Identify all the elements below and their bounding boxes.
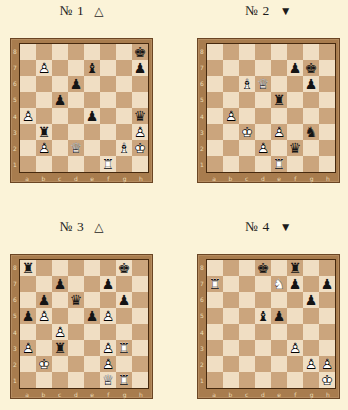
- square-g3: [303, 340, 319, 356]
- square-h6: [132, 76, 148, 92]
- square-c6: [239, 292, 255, 308]
- square-d7: [68, 276, 84, 292]
- square-a2: [207, 140, 223, 156]
- black-queen: ♛: [68, 292, 84, 308]
- black-pawn: ♟: [36, 292, 52, 308]
- square-g8: [303, 44, 319, 60]
- file-labels: abcdefgh: [206, 174, 336, 183]
- square-d6: ♟: [68, 76, 84, 92]
- file-label-g: g: [304, 390, 320, 399]
- square-b1: [36, 372, 52, 388]
- square-c1: [239, 372, 255, 388]
- white-pawn: ♙: [36, 308, 52, 324]
- white-pawn: ♟: [52, 324, 68, 340]
- white-to-move-icon: △: [94, 220, 103, 232]
- square-c4: [239, 324, 255, 340]
- square-h8: [319, 44, 335, 60]
- square-h6: [319, 292, 335, 308]
- file-label-d: d: [255, 174, 271, 183]
- square-f3: ♟♙: [287, 340, 303, 356]
- square-e2: [84, 356, 100, 372]
- square-f1: [287, 156, 303, 172]
- puzzles-grid: № 1 △ 87654321 abcdefgh ♚♟♙♝♟♟♟♟♙♟♛♜♟♙♟♙…: [0, 0, 348, 399]
- file-label-g: g: [117, 174, 133, 183]
- file-label-c: c: [239, 174, 255, 183]
- white-rook: ♖: [207, 276, 223, 292]
- square-d8: ♚: [255, 260, 271, 276]
- square-c7: [239, 276, 255, 292]
- black-pawn: ♟: [303, 292, 319, 308]
- square-h1: [132, 372, 148, 388]
- rank-label-5: 5: [198, 308, 206, 324]
- white-rook: ♜: [116, 340, 132, 356]
- square-b7: ♟♙: [36, 60, 52, 76]
- square-b2: ♟♙: [36, 140, 52, 156]
- black-pawn: ♟: [287, 60, 303, 76]
- square-b1: [223, 156, 239, 172]
- square-a8: [20, 44, 36, 60]
- square-e8: [84, 260, 100, 276]
- white-pawn: ♙: [36, 140, 52, 156]
- square-a8: [207, 44, 223, 60]
- square-d2: [68, 356, 84, 372]
- square-e1: [271, 372, 287, 388]
- square-d4: [68, 108, 84, 124]
- puzzle-2-number: № 2: [245, 3, 270, 19]
- black-pawn: ♟: [52, 92, 68, 108]
- white-pawn: ♟: [20, 340, 36, 356]
- puzzle-3-number: № 3: [60, 219, 85, 235]
- square-d2: ♟♙: [255, 140, 271, 156]
- square-b7: [223, 276, 239, 292]
- white-pawn: ♟: [271, 124, 287, 140]
- square-h8: ♚: [132, 44, 148, 60]
- black-pawn: ♟: [271, 308, 287, 324]
- square-b2: [223, 356, 239, 372]
- square-b1: [36, 156, 52, 172]
- square-c7: ♟: [52, 276, 68, 292]
- square-f6: [100, 292, 116, 308]
- square-e7: [84, 276, 100, 292]
- square-f7: [100, 60, 116, 76]
- square-f7: ♟: [287, 60, 303, 76]
- file-label-h: h: [133, 390, 149, 399]
- black-pawn: ♟: [20, 308, 36, 324]
- square-c8: [239, 44, 255, 60]
- black-king: ♚: [303, 60, 319, 76]
- rank-label-7: 7: [198, 59, 206, 75]
- square-b7: [223, 60, 239, 76]
- square-g4: [116, 324, 132, 340]
- square-d5: ♝: [255, 308, 271, 324]
- square-d6: [255, 292, 271, 308]
- square-f8: [287, 44, 303, 60]
- rank-label-8: 8: [11, 43, 19, 59]
- square-e1: [84, 372, 100, 388]
- square-e5: ♟: [84, 308, 100, 324]
- square-a4: [207, 108, 223, 124]
- rank-label-3: 3: [11, 340, 19, 356]
- white-king: ♔: [132, 140, 148, 156]
- square-e1: [84, 156, 100, 172]
- square-c4: ♟♙: [52, 324, 68, 340]
- white-king: ♚: [239, 124, 255, 140]
- black-pawn: ♟: [84, 308, 100, 324]
- rank-label-2: 2: [11, 357, 19, 373]
- square-a6: [20, 76, 36, 92]
- square-h4: [132, 324, 148, 340]
- white-bishop: ♝: [239, 76, 255, 92]
- square-a1: [20, 156, 36, 172]
- square-h5: [132, 92, 148, 108]
- square-f4: [287, 108, 303, 124]
- white-king: ♚: [132, 140, 148, 156]
- square-b4: ♟♙: [223, 108, 239, 124]
- square-b5: [36, 92, 52, 108]
- square-f5: [287, 92, 303, 108]
- square-a4: ♟♙: [20, 108, 36, 124]
- square-e6: [271, 76, 287, 92]
- file-labels: abcdefgh: [19, 390, 149, 399]
- square-f7: ♟: [287, 276, 303, 292]
- white-pawn: ♙: [36, 60, 52, 76]
- white-queen: ♕: [68, 140, 84, 156]
- file-label-h: h: [133, 174, 149, 183]
- file-label-b: b: [35, 174, 51, 183]
- rank-label-3: 3: [198, 124, 206, 140]
- square-g3: ♞: [303, 124, 319, 140]
- square-c8: [52, 260, 68, 276]
- square-d1: [68, 372, 84, 388]
- square-d7: [68, 60, 84, 76]
- white-pawn: ♙: [303, 356, 319, 372]
- square-h1: [319, 156, 335, 172]
- rank-labels: 87654321: [11, 43, 19, 173]
- file-label-g: g: [304, 174, 320, 183]
- rank-label-7: 7: [11, 275, 19, 291]
- white-pawn: ♙: [52, 324, 68, 340]
- black-queen: ♛: [287, 140, 303, 156]
- square-f1: ♜♖: [100, 156, 116, 172]
- white-pawn: ♟: [223, 108, 239, 124]
- square-c6: ♝♗: [239, 76, 255, 92]
- puzzle-3-header: № 3 △: [10, 219, 153, 234]
- file-label-d: d: [255, 390, 271, 399]
- rank-label-5: 5: [11, 308, 19, 324]
- black-pawn: ♟: [303, 76, 319, 92]
- file-label-h: h: [320, 174, 336, 183]
- square-e7: [271, 60, 287, 76]
- file-label-a: a: [206, 174, 222, 183]
- square-g4: [303, 108, 319, 124]
- square-h3: [319, 124, 335, 140]
- white-rook: ♜: [100, 156, 116, 172]
- black-rook: ♜: [271, 92, 287, 108]
- file-label-g: g: [117, 390, 133, 399]
- black-knight: ♞: [303, 124, 319, 140]
- rank-label-8: 8: [198, 43, 206, 59]
- black-rook: ♜: [20, 260, 36, 276]
- rank-label-4: 4: [198, 108, 206, 124]
- square-c3: [52, 124, 68, 140]
- white-pawn: ♟: [303, 356, 319, 372]
- square-e8: [84, 44, 100, 60]
- square-c7: [239, 60, 255, 76]
- square-c1: [239, 156, 255, 172]
- square-b8: [223, 260, 239, 276]
- square-a7: ♜♖: [207, 276, 223, 292]
- rank-label-3: 3: [198, 340, 206, 356]
- puzzle-page: № 1 △ 87654321 abcdefgh ♚♟♙♝♟♟♟♟♙♟♛♜♟♙♟♙…: [0, 0, 348, 410]
- square-g5: [303, 92, 319, 108]
- square-g1: [303, 156, 319, 172]
- white-pawn: ♙: [100, 356, 116, 372]
- square-c2: [52, 356, 68, 372]
- file-labels: abcdefgh: [206, 390, 336, 399]
- square-f4: [100, 108, 116, 124]
- black-king: ♚: [132, 44, 148, 60]
- white-pawn: ♟: [36, 60, 52, 76]
- white-knight: ♘: [271, 276, 287, 292]
- square-a3: ♟♙: [20, 340, 36, 356]
- square-f6: [287, 292, 303, 308]
- white-to-move-icon: △: [94, 4, 103, 16]
- square-g3: [116, 124, 132, 140]
- square-f8: [100, 44, 116, 60]
- white-pawn: ♟: [100, 340, 116, 356]
- square-a5: ♟: [20, 308, 36, 324]
- square-f1: ♛♕: [100, 372, 116, 388]
- square-h1: [132, 156, 148, 172]
- square-c1: [52, 156, 68, 172]
- square-b3: [223, 340, 239, 356]
- square-h7: [132, 276, 148, 292]
- square-g4: [116, 108, 132, 124]
- white-king: ♔: [239, 124, 255, 140]
- square-g7: [116, 60, 132, 76]
- square-e6: [84, 292, 100, 308]
- square-b6: [223, 76, 239, 92]
- square-e8: [271, 44, 287, 60]
- board-squares: ♚♟♙♝♟♟♟♟♙♟♛♜♟♙♟♙♛♕♝♗♚♔♜♖: [19, 43, 149, 173]
- square-e3: [84, 124, 100, 140]
- square-f3: [287, 124, 303, 140]
- square-e5: ♟: [271, 308, 287, 324]
- square-d3: [255, 340, 271, 356]
- square-h6: [319, 76, 335, 92]
- square-c8: [52, 44, 68, 60]
- square-e2: [271, 140, 287, 156]
- square-a2: [207, 356, 223, 372]
- puzzle-3: № 3 △ 87654321 abcdefgh ♜♚♟♟♟♛♟♟♟♙♟♟♙♟♙♟…: [10, 219, 153, 399]
- black-pawn: ♟: [52, 276, 68, 292]
- square-a1: [20, 372, 36, 388]
- square-e3: ♟♙: [271, 124, 287, 140]
- white-queen: ♛: [100, 372, 116, 388]
- square-c2: [52, 140, 68, 156]
- square-a3: [207, 124, 223, 140]
- square-g8: ♚: [116, 260, 132, 276]
- file-label-e: e: [84, 174, 100, 183]
- board-squares: ♜♚♟♟♟♛♟♟♟♙♟♟♙♟♙♟♙♜♟♙♜♖♚♔♟♙♛♕♜♖: [19, 259, 149, 389]
- square-f8: [100, 260, 116, 276]
- rank-label-3: 3: [11, 124, 19, 140]
- square-a8: ♜: [20, 260, 36, 276]
- square-c5: ♟: [52, 92, 68, 108]
- square-b6: ♟: [36, 292, 52, 308]
- square-g2: [303, 140, 319, 156]
- white-rook: ♖: [116, 372, 132, 388]
- square-d8: [68, 260, 84, 276]
- white-pawn: ♟: [132, 124, 148, 140]
- square-h4: ♛: [132, 108, 148, 124]
- white-pawn: ♟: [100, 356, 116, 372]
- file-label-e: e: [271, 174, 287, 183]
- white-pawn: ♙: [271, 124, 287, 140]
- square-g6: [116, 76, 132, 92]
- square-d5: [68, 92, 84, 108]
- file-labels: abcdefgh: [19, 174, 149, 183]
- square-h3: [132, 340, 148, 356]
- square-d6: ♛: [68, 292, 84, 308]
- rank-label-2: 2: [198, 141, 206, 157]
- white-bishop: ♗: [116, 140, 132, 156]
- square-c5: [239, 92, 255, 108]
- square-e2: [84, 140, 100, 156]
- square-h5: [132, 308, 148, 324]
- rank-label-1: 1: [198, 373, 206, 389]
- square-c3: ♜: [52, 340, 68, 356]
- square-h2: ♚♔: [132, 140, 148, 156]
- square-a1: [207, 372, 223, 388]
- square-f4: [287, 324, 303, 340]
- white-bishop: ♝: [116, 140, 132, 156]
- square-b5: [223, 308, 239, 324]
- rank-labels: 87654321: [11, 259, 19, 389]
- square-a1: [207, 156, 223, 172]
- square-f6: [100, 76, 116, 92]
- black-queen: ♛: [132, 108, 148, 124]
- square-f5: ♟♙: [100, 308, 116, 324]
- square-h5: [319, 308, 335, 324]
- white-king: ♔: [319, 372, 335, 388]
- square-a3: [20, 124, 36, 140]
- square-a5: [207, 308, 223, 324]
- white-rook: ♜: [207, 276, 223, 292]
- square-c8: [239, 260, 255, 276]
- rank-label-2: 2: [198, 357, 206, 373]
- square-h2: ♟♙: [319, 356, 335, 372]
- file-label-f: f: [100, 390, 116, 399]
- square-e4: [271, 108, 287, 124]
- white-queen: ♕: [255, 76, 271, 92]
- black-pawn: ♟: [116, 292, 132, 308]
- square-d2: [255, 356, 271, 372]
- puzzle-4: № 4 ▼ 87654321 abcdefgh ♚♜♜♖♞♘♟♟♟♝♟♟♙♟♙♟…: [197, 219, 340, 399]
- white-king: ♚: [36, 356, 52, 372]
- square-e6: [84, 76, 100, 92]
- white-pawn: ♙: [255, 140, 271, 156]
- black-bishop: ♝: [255, 308, 271, 324]
- square-f4: [100, 324, 116, 340]
- square-b4: [223, 324, 239, 340]
- square-e7: ♝: [84, 60, 100, 76]
- square-b2: ♚♔: [36, 356, 52, 372]
- white-pawn: ♟: [319, 356, 335, 372]
- square-d4: [255, 108, 271, 124]
- square-e5: ♜: [271, 92, 287, 108]
- square-e6: [271, 292, 287, 308]
- square-b5: ♟♙: [36, 308, 52, 324]
- square-a3: [207, 340, 223, 356]
- square-g2: ♝♗: [116, 140, 132, 156]
- rank-labels: 87654321: [198, 43, 206, 173]
- square-g1: ♜♖: [116, 372, 132, 388]
- rank-label-6: 6: [198, 76, 206, 92]
- black-pawn: ♟: [84, 108, 100, 124]
- square-h8: [319, 260, 335, 276]
- square-g1: [303, 372, 319, 388]
- square-a6: [20, 292, 36, 308]
- file-label-c: c: [52, 174, 68, 183]
- square-c2: [239, 140, 255, 156]
- square-c1: [52, 372, 68, 388]
- square-d2: ♛♕: [68, 140, 84, 156]
- square-a2: [20, 356, 36, 372]
- square-b8: [36, 260, 52, 276]
- square-g2: [116, 356, 132, 372]
- rank-label-7: 7: [198, 275, 206, 291]
- black-king: ♚: [116, 260, 132, 276]
- square-c6: [52, 292, 68, 308]
- square-f3: ♟♙: [100, 340, 116, 356]
- square-a8: [207, 260, 223, 276]
- file-label-f: f: [287, 390, 303, 399]
- square-f1: [287, 372, 303, 388]
- square-d7: [255, 276, 271, 292]
- white-pawn: ♟: [36, 140, 52, 156]
- square-a7: [20, 60, 36, 76]
- square-d3: [68, 340, 84, 356]
- square-f2: [287, 356, 303, 372]
- file-label-f: f: [100, 174, 116, 183]
- square-a4: [20, 324, 36, 340]
- square-g5: [303, 308, 319, 324]
- rank-label-5: 5: [198, 92, 206, 108]
- square-d7: [255, 60, 271, 76]
- square-a5: [207, 92, 223, 108]
- square-g7: [303, 276, 319, 292]
- black-rook: ♜: [52, 340, 68, 356]
- board-squares: ♚♜♜♖♞♘♟♟♟♝♟♟♙♟♙♟♙♚♔: [206, 259, 336, 389]
- square-g6: ♟: [116, 292, 132, 308]
- square-e3: [84, 340, 100, 356]
- chessboard-3: 87654321 abcdefgh ♜♚♟♟♟♛♟♟♟♙♟♟♙♟♙♟♙♜♟♙♜♖…: [10, 254, 153, 399]
- white-queen: ♛: [255, 76, 271, 92]
- square-g7: [116, 276, 132, 292]
- square-b3: ♜: [36, 124, 52, 140]
- file-label-d: d: [68, 390, 84, 399]
- square-h3: [319, 340, 335, 356]
- square-h7: [319, 60, 335, 76]
- file-label-b: b: [35, 390, 51, 399]
- square-a6: [207, 292, 223, 308]
- file-label-a: a: [19, 390, 35, 399]
- white-pawn: ♙: [223, 108, 239, 124]
- chessboard-4: 87654321 abcdefgh ♚♜♜♖♞♘♟♟♟♝♟♟♙♟♙♟♙♚♔: [197, 254, 340, 399]
- white-bishop: ♗: [239, 76, 255, 92]
- square-b6: [223, 292, 239, 308]
